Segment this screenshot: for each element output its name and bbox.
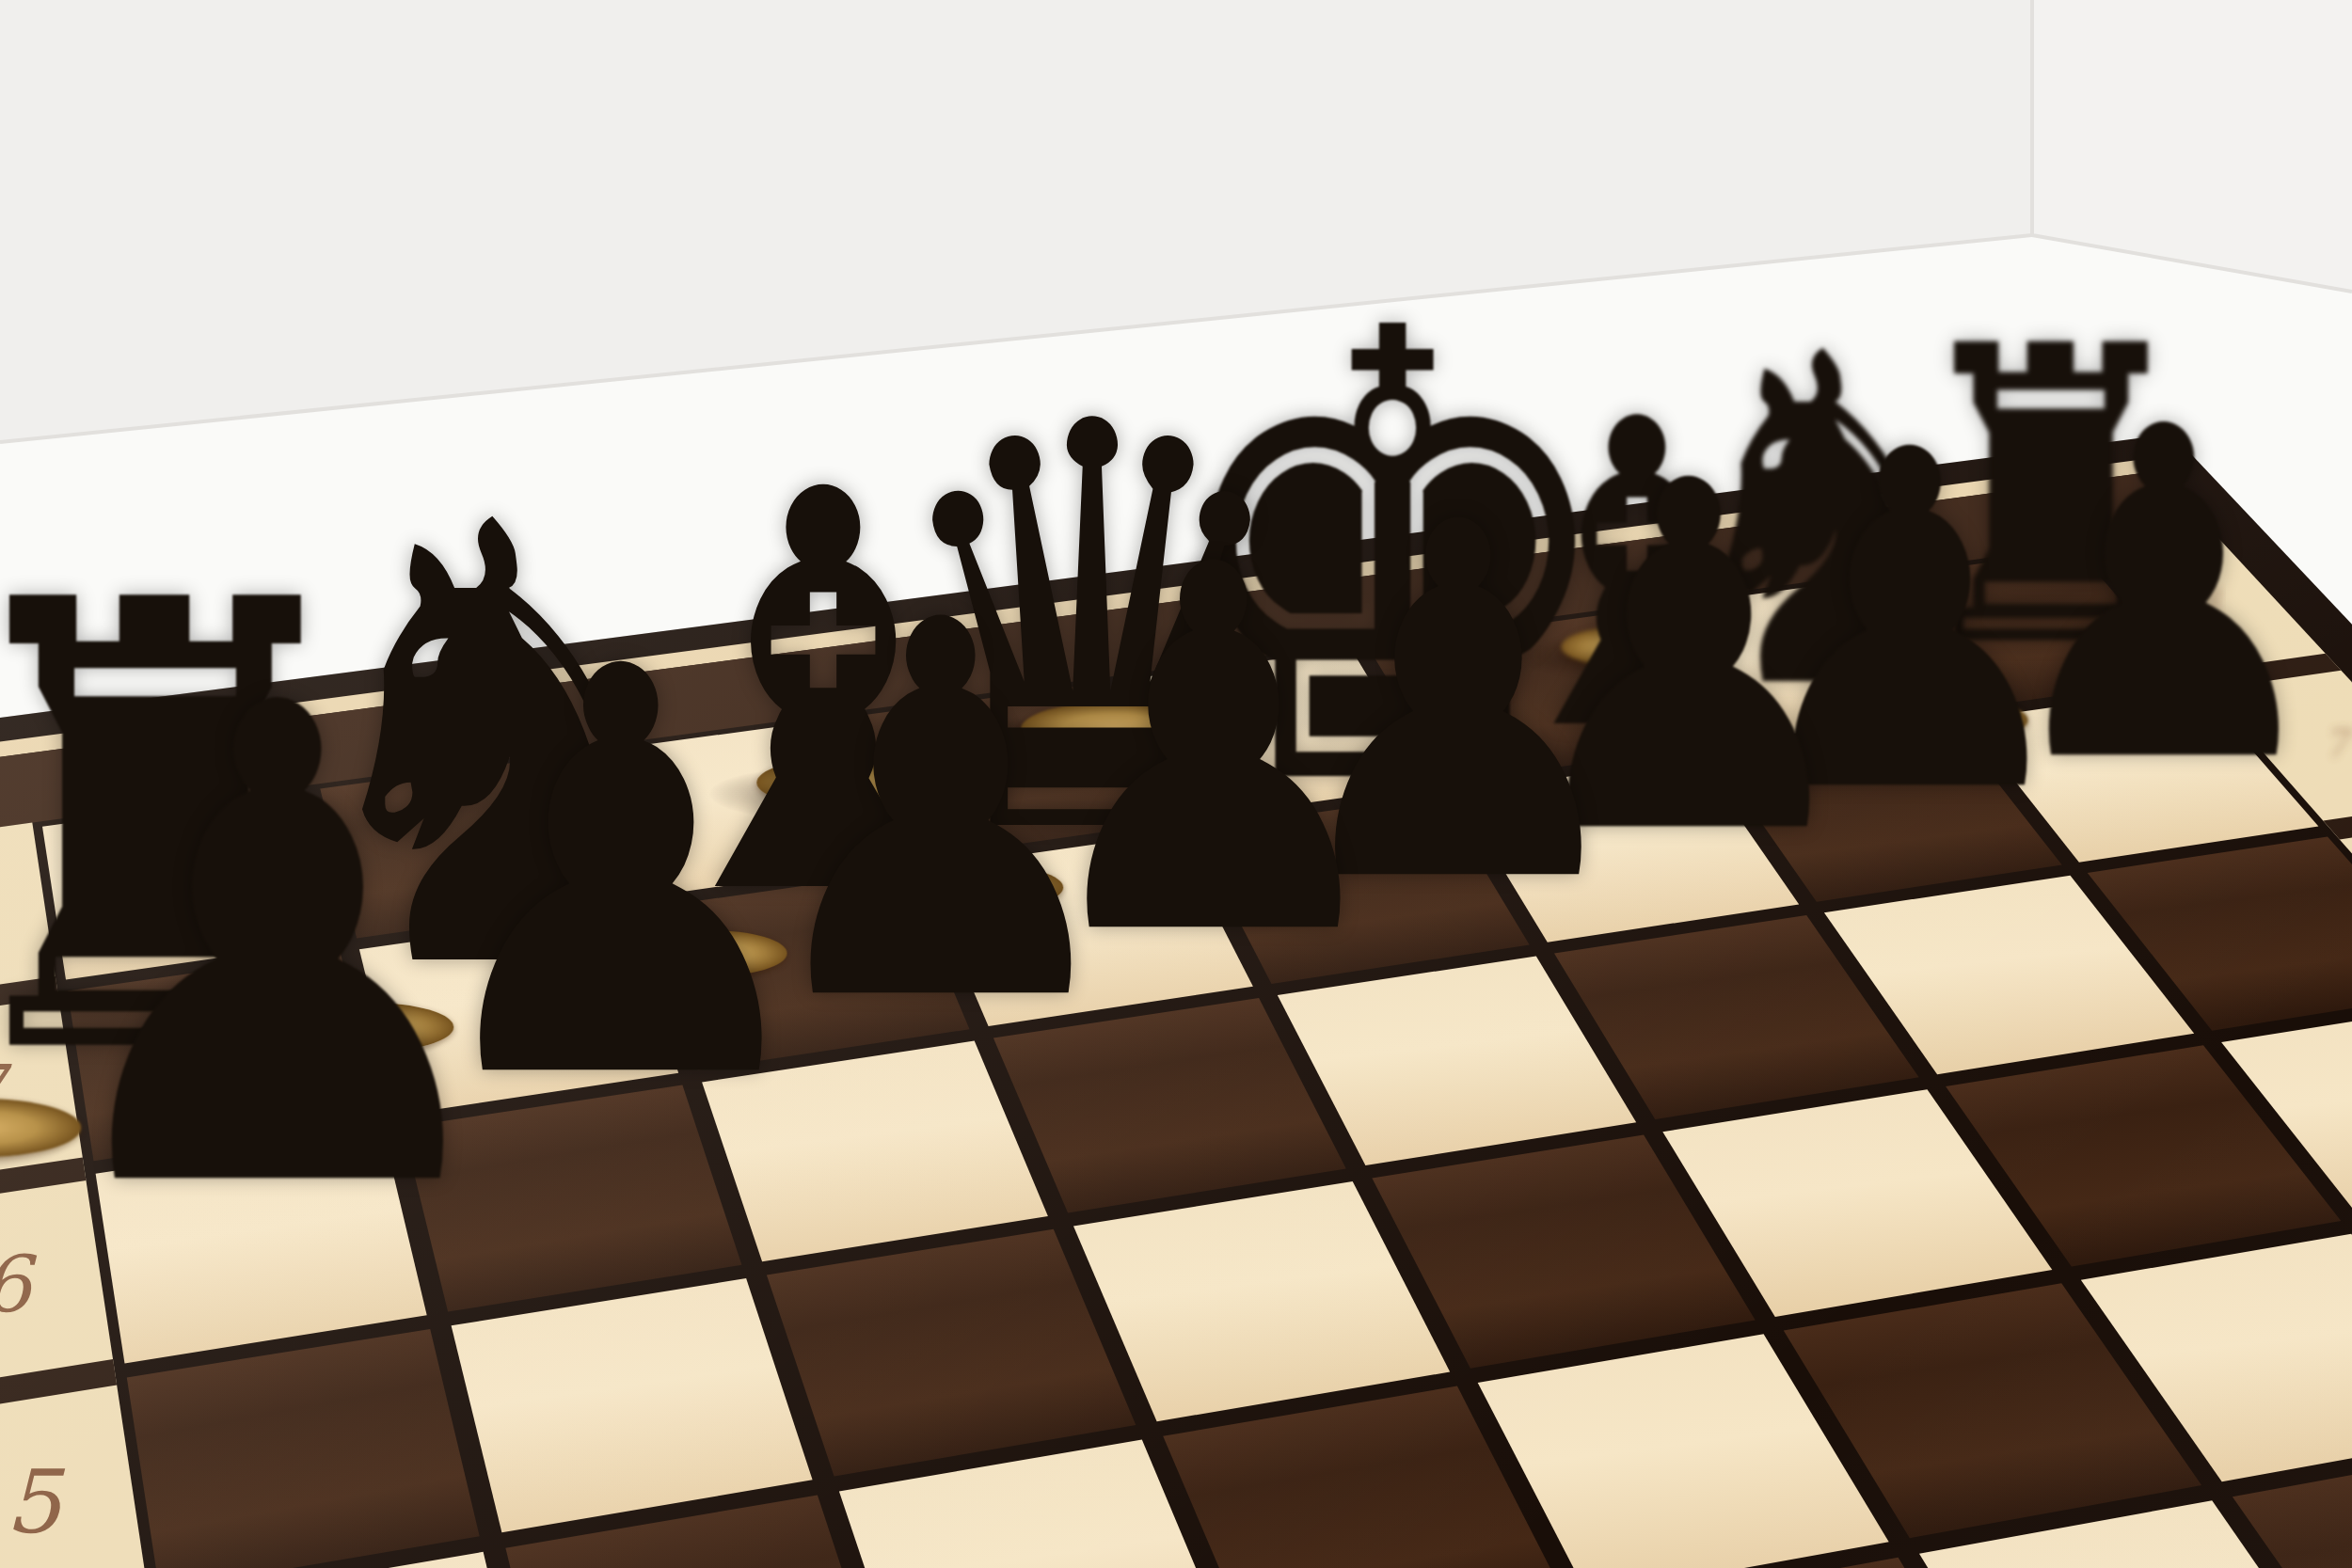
photo-stage: 88776655 ♜♞♝♟♚♟♛♟♟♝♟♞♟♜♟♟ (0, 0, 2352, 1568)
wall-right (2032, 0, 2352, 292)
wall-left (0, 0, 2032, 442)
board-lighting-overlay (0, 434, 2352, 1568)
board-scene: 88776655 (0, 0, 2352, 1568)
